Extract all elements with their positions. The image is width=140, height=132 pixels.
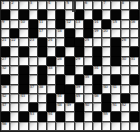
black-cell (56, 85, 65, 94)
crossword-cell[interactable] (47, 20, 56, 29)
crossword-cell[interactable] (75, 1, 84, 10)
crossword-cell[interactable] (121, 47, 130, 56)
clue-number: 8 (122, 1, 124, 5)
crossword-cell[interactable]: 1 (1, 1, 10, 10)
black-cell (1, 112, 10, 121)
crossword-cell[interactable] (19, 38, 28, 47)
crossword-cell[interactable]: 9 (1, 20, 10, 29)
crossword-cell[interactable]: 29 (75, 57, 84, 66)
black-cell (19, 47, 28, 56)
black-cell (47, 103, 56, 112)
crossword-cell[interactable]: 43 (19, 94, 28, 103)
crossword-cell[interactable] (102, 122, 111, 131)
crossword-cell[interactable] (65, 75, 74, 84)
crossword-cell[interactable]: 27 (1, 57, 10, 66)
crossword-cell[interactable]: 54 (47, 112, 56, 121)
clue-number: 51 (112, 103, 116, 107)
crossword-cell[interactable] (75, 122, 84, 131)
black-cell (75, 112, 84, 121)
crossword-cell[interactable] (65, 122, 74, 131)
clue-number: 54 (48, 112, 52, 116)
crossword-cell[interactable] (38, 94, 47, 103)
black-cell (19, 112, 28, 121)
crossword-cell[interactable] (38, 103, 47, 112)
crossword-cell[interactable] (56, 66, 65, 75)
crossword-cell[interactable]: 6 (84, 1, 93, 10)
black-cell (19, 10, 28, 19)
black-cell (75, 103, 84, 112)
crossword-cell[interactable] (130, 1, 139, 10)
crossword-cell[interactable] (84, 57, 93, 66)
clue-number: 46 (94, 94, 98, 98)
clue-number: 23 (30, 38, 34, 42)
black-cell (75, 47, 84, 56)
clue-number: 42 (2, 94, 6, 98)
crossword-cell[interactable] (84, 112, 93, 121)
clue-number: 50 (85, 103, 89, 107)
clue-number: 52 (122, 103, 126, 107)
crossword-cell[interactable] (19, 57, 28, 66)
black-cell (1, 10, 10, 19)
crossword-cell[interactable] (111, 29, 120, 38)
clue-number: 27 (2, 57, 6, 61)
crossword-cell[interactable] (102, 47, 111, 56)
black-cell (29, 29, 38, 38)
crossword-cell[interactable]: 13 (75, 20, 84, 29)
clue-number: 31 (131, 57, 135, 61)
clue-number: 56 (2, 122, 6, 126)
crossword-cell[interactable] (47, 122, 56, 131)
crossword-cell[interactable]: 56 (1, 122, 10, 131)
crossword-cell[interactable] (47, 85, 56, 94)
clue-number: 40 (103, 85, 107, 89)
black-cell (29, 103, 38, 112)
crossword-cell[interactable] (10, 20, 19, 29)
clue-number: 49 (66, 103, 70, 107)
crossword-cell[interactable]: 35 (84, 75, 93, 84)
crossword-cell[interactable] (10, 57, 19, 66)
clue-number: 30 (122, 57, 126, 61)
black-cell (38, 66, 47, 75)
black-cell (84, 66, 93, 75)
clue-number: 29 (76, 57, 80, 61)
crossword-cell[interactable]: 44 (56, 94, 65, 103)
crossword-cell[interactable] (84, 85, 93, 94)
crossword-cell[interactable]: 24 (47, 38, 56, 47)
crossword-cell[interactable] (56, 38, 65, 47)
black-cell (75, 75, 84, 84)
black-cell (111, 75, 120, 84)
crossword-cell[interactable] (38, 1, 47, 10)
crossword-cell[interactable]: 36 (1, 85, 10, 94)
clue-number: 14 (94, 20, 98, 24)
clue-number: 37 (30, 85, 34, 89)
black-cell (56, 112, 65, 121)
clue-number: 22 (11, 38, 15, 42)
crossword-cell[interactable]: 26 (121, 38, 130, 47)
clue-number: 32 (2, 66, 6, 70)
black-cell (56, 20, 65, 29)
crossword-cell[interactable] (121, 85, 130, 94)
crossword-cell[interactable]: 8 (121, 1, 130, 10)
crossword-cell[interactable] (38, 57, 47, 66)
black-cell (111, 10, 120, 19)
crossword-cell[interactable] (29, 47, 38, 56)
crossword-cell[interactable]: 14 (93, 20, 102, 29)
black-cell (65, 94, 74, 103)
crossword-grid: 1234567891011121314151617181920212223242… (0, 0, 140, 132)
crossword-cell[interactable]: 33 (47, 66, 56, 75)
crossword-cell[interactable]: 18 (56, 29, 65, 38)
crossword-cell[interactable] (111, 94, 120, 103)
crossword-cell[interactable] (47, 10, 56, 19)
clue-number: 6 (85, 1, 87, 5)
crossword-cell[interactable] (130, 94, 139, 103)
crossword-cell[interactable] (10, 47, 19, 56)
black-cell (38, 75, 47, 84)
crossword-cell[interactable] (102, 75, 111, 84)
crossword-cell[interactable] (38, 122, 47, 131)
crossword-cell[interactable] (65, 112, 74, 121)
clue-number: 20 (103, 29, 107, 33)
clue-number: 39 (76, 85, 80, 89)
black-cell (130, 112, 139, 121)
crossword-cell[interactable]: 52 (121, 103, 130, 112)
clue-number: 2 (11, 1, 13, 5)
crossword-cell[interactable] (121, 29, 130, 38)
clue-number: 53 (30, 112, 34, 116)
crossword-cell[interactable] (84, 10, 93, 19)
crossword-cell[interactable]: 39 (75, 85, 84, 94)
crossword-cell[interactable] (93, 122, 102, 131)
black-cell (65, 38, 74, 47)
crossword-cell[interactable]: 25 (84, 38, 93, 47)
black-cell (19, 85, 28, 94)
clue-number: 44 (57, 94, 61, 98)
crossword-cell[interactable] (111, 1, 120, 10)
crossword-cell[interactable] (121, 10, 130, 19)
clue-number: 16 (131, 20, 135, 24)
crossword-cell[interactable]: 32 (1, 66, 10, 75)
black-cell (1, 47, 10, 56)
black-cell (19, 66, 28, 75)
black-cell (47, 57, 56, 66)
black-cell (75, 10, 84, 19)
black-cell (19, 75, 28, 84)
crossword-cell[interactable] (10, 112, 19, 121)
black-cell (130, 47, 139, 56)
black-cell (47, 94, 56, 103)
black-cell (65, 57, 74, 66)
crossword-cell[interactable]: 21 (1, 38, 10, 47)
crossword-cell[interactable] (121, 20, 130, 29)
crossword-cell[interactable]: 30 (121, 57, 130, 66)
crossword-cell[interactable] (111, 122, 120, 131)
clue-number: 34 (94, 66, 98, 70)
clue-number: 21 (2, 38, 6, 42)
crossword-cell[interactable]: 10 (19, 20, 28, 29)
black-cell (65, 66, 74, 75)
crossword-board: 1234567891011121314151617181920212223242… (0, 0, 140, 132)
crossword-cell[interactable] (10, 75, 19, 84)
crossword-cell[interactable] (93, 103, 102, 112)
clue-number: 5 (66, 1, 68, 5)
crossword-cell[interactable]: 16 (130, 20, 139, 29)
clue-number: 13 (76, 20, 80, 24)
crossword-cell[interactable] (19, 1, 28, 10)
crossword-cell[interactable] (93, 38, 102, 47)
black-cell (102, 94, 111, 103)
clue-number: 45 (76, 94, 80, 98)
black-cell (111, 112, 120, 121)
crossword-cell[interactable] (29, 94, 38, 103)
crossword-cell[interactable]: 47 (1, 103, 10, 112)
black-cell (93, 85, 102, 94)
black-cell (84, 29, 93, 38)
crossword-cell[interactable] (75, 66, 84, 75)
black-cell (93, 47, 102, 56)
crossword-cell[interactable]: 28 (56, 57, 65, 66)
black-cell (130, 75, 139, 84)
crossword-cell[interactable] (10, 10, 19, 19)
black-cell (56, 75, 65, 84)
crossword-cell[interactable] (111, 66, 120, 75)
crossword-cell[interactable] (130, 38, 139, 47)
crossword-cell[interactable] (56, 122, 65, 131)
black-cell (121, 94, 130, 103)
crossword-cell[interactable]: 11 (38, 20, 47, 29)
crossword-cell[interactable] (130, 122, 139, 131)
crossword-cell[interactable] (10, 66, 19, 75)
clue-number: 17 (39, 29, 43, 33)
crossword-cell[interactable]: 50 (84, 103, 93, 112)
clue-number: 12 (66, 20, 70, 24)
crossword-cell[interactable] (47, 47, 56, 56)
crossword-cell[interactable] (65, 47, 74, 56)
crossword-cell[interactable] (93, 1, 102, 10)
clue-number: 47 (2, 103, 6, 107)
crossword-cell[interactable]: 48 (56, 103, 65, 112)
clue-number: 25 (85, 38, 89, 42)
crossword-cell[interactable]: 15 (111, 20, 120, 29)
black-cell (111, 38, 120, 47)
crossword-cell[interactable] (130, 66, 139, 75)
clue-number: 18 (57, 29, 61, 33)
clue-number: 36 (2, 85, 6, 89)
black-cell (93, 57, 102, 66)
crossword-cell[interactable]: 49 (65, 103, 74, 112)
black-cell (56, 10, 65, 19)
crossword-cell[interactable] (19, 122, 28, 131)
black-cell (102, 20, 111, 29)
crossword-cell[interactable] (84, 94, 93, 103)
clue-number: 1 (2, 1, 4, 5)
clue-number: 3 (30, 1, 32, 5)
clue-number: 28 (57, 57, 61, 61)
black-cell (10, 29, 19, 38)
crossword-cell[interactable] (19, 103, 28, 112)
clue-number: 35 (85, 75, 89, 79)
clue-number: 26 (122, 38, 126, 42)
crossword-cell[interactable] (29, 10, 38, 19)
clue-number: 33 (48, 66, 52, 70)
crossword-cell[interactable] (121, 112, 130, 121)
clue-number: 19 (94, 29, 98, 33)
crossword-cell[interactable]: 51 (111, 103, 120, 112)
crossword-cell[interactable] (10, 122, 19, 131)
crossword-cell[interactable] (1, 29, 10, 38)
crossword-cell[interactable] (121, 66, 130, 75)
crossword-cell[interactable] (102, 57, 111, 66)
black-cell (38, 47, 47, 56)
black-cell (38, 112, 47, 121)
crossword-cell[interactable]: 2 (10, 1, 19, 10)
crossword-cell[interactable] (19, 29, 28, 38)
crossword-cell[interactable]: 34 (93, 66, 102, 75)
crossword-cell[interactable] (10, 103, 19, 112)
crossword-cell[interactable]: 23 (29, 38, 38, 47)
black-cell (111, 57, 120, 66)
crossword-cell[interactable]: 4 (47, 1, 56, 10)
crossword-cell[interactable] (130, 103, 139, 112)
black-cell (84, 20, 93, 29)
crossword-cell[interactable] (29, 75, 38, 84)
clue-number: 24 (48, 38, 52, 42)
crossword-cell[interactable]: 40 (102, 85, 111, 94)
black-cell (93, 112, 102, 121)
clue-number: 15 (112, 20, 116, 24)
black-cell (38, 38, 47, 47)
crossword-cell[interactable] (29, 57, 38, 66)
crossword-cell[interactable]: 46 (93, 94, 102, 103)
clue-number: 4 (48, 1, 50, 5)
crossword-cell[interactable]: 37 (29, 85, 38, 94)
crossword-cell[interactable] (121, 122, 130, 131)
crossword-cell[interactable]: 12 (65, 20, 74, 29)
crossword-cell[interactable] (121, 75, 130, 84)
crossword-cell[interactable]: 55 (102, 112, 111, 121)
black-cell (75, 38, 84, 47)
black-cell (130, 10, 139, 19)
black-cell (93, 10, 102, 19)
crossword-cell[interactable] (130, 85, 139, 94)
crossword-cell[interactable] (10, 94, 19, 103)
clue-number: 7 (103, 1, 105, 5)
black-cell (56, 47, 65, 56)
crossword-cell[interactable] (47, 75, 56, 84)
crossword-cell[interactable]: 20 (102, 29, 111, 38)
clue-number: 43 (20, 94, 24, 98)
crossword-cell[interactable]: 7 (102, 1, 111, 10)
black-cell (102, 103, 111, 112)
clue-number: 9 (2, 20, 4, 24)
crossword-cell[interactable] (10, 85, 19, 94)
crossword-cell[interactable] (65, 10, 74, 19)
crossword-cell[interactable] (47, 29, 56, 38)
crossword-cell[interactable]: 45 (75, 94, 84, 103)
crossword-cell[interactable]: 17 (38, 29, 47, 38)
clue-number: 55 (103, 112, 107, 116)
crossword-cell[interactable] (102, 10, 111, 19)
clue-number: 48 (57, 103, 61, 107)
clue-number: 11 (39, 20, 43, 24)
clue-number: 41 (112, 85, 116, 89)
clue-number: 10 (20, 20, 24, 24)
crossword-cell[interactable] (102, 66, 111, 75)
crossword-cell[interactable] (29, 122, 38, 131)
black-cell (65, 85, 74, 94)
black-cell (93, 75, 102, 84)
black-cell (29, 20, 38, 29)
crossword-cell[interactable]: 41 (111, 85, 120, 94)
crossword-cell[interactable] (29, 66, 38, 75)
crossword-cell[interactable] (84, 122, 93, 131)
black-cell (111, 47, 120, 56)
crossword-cell[interactable]: 22 (10, 38, 19, 47)
crossword-cell[interactable] (130, 29, 139, 38)
black-cell (65, 29, 74, 38)
crossword-cell[interactable]: 31 (130, 57, 139, 66)
crossword-cell[interactable] (75, 29, 84, 38)
crossword-cell[interactable]: 3 (29, 1, 38, 10)
crossword-cell[interactable]: 19 (93, 29, 102, 38)
clue-number: 38 (39, 85, 43, 89)
crossword-cell[interactable] (102, 38, 111, 47)
crossword-cell[interactable]: 42 (1, 94, 10, 103)
crossword-cell[interactable]: 5 (65, 1, 74, 10)
crossword-cell[interactable] (84, 47, 93, 56)
crossword-cell[interactable] (56, 1, 65, 10)
black-cell (38, 10, 47, 19)
crossword-cell[interactable]: 53 (29, 112, 38, 121)
crossword-cell[interactable]: 38 (38, 85, 47, 94)
black-cell (1, 75, 10, 84)
